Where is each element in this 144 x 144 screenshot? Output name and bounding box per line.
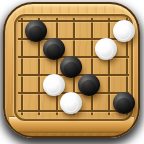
game-board: ●○●○●○●○● (14, 14, 133, 121)
grid-vertical-line (91, 18, 93, 115)
screenshot-background: ●○●○●○●○● (0, 0, 144, 144)
white-stone: ○ (43, 74, 65, 96)
black-stone: ● (60, 56, 82, 78)
black-stone: ● (43, 38, 65, 60)
white-stone: ○ (60, 92, 82, 114)
grid-vertical-line (108, 18, 110, 115)
gomoku-app-icon[interactable]: ●○●○●○●○● (3, 2, 140, 138)
white-stone: ○ (95, 38, 117, 60)
grid-vertical-line (21, 18, 23, 115)
black-stone: ● (78, 74, 100, 96)
black-stone: ● (113, 92, 135, 114)
white-stone: ○ (113, 20, 135, 42)
grid-vertical-line (56, 18, 58, 115)
black-stone: ● (25, 20, 47, 42)
